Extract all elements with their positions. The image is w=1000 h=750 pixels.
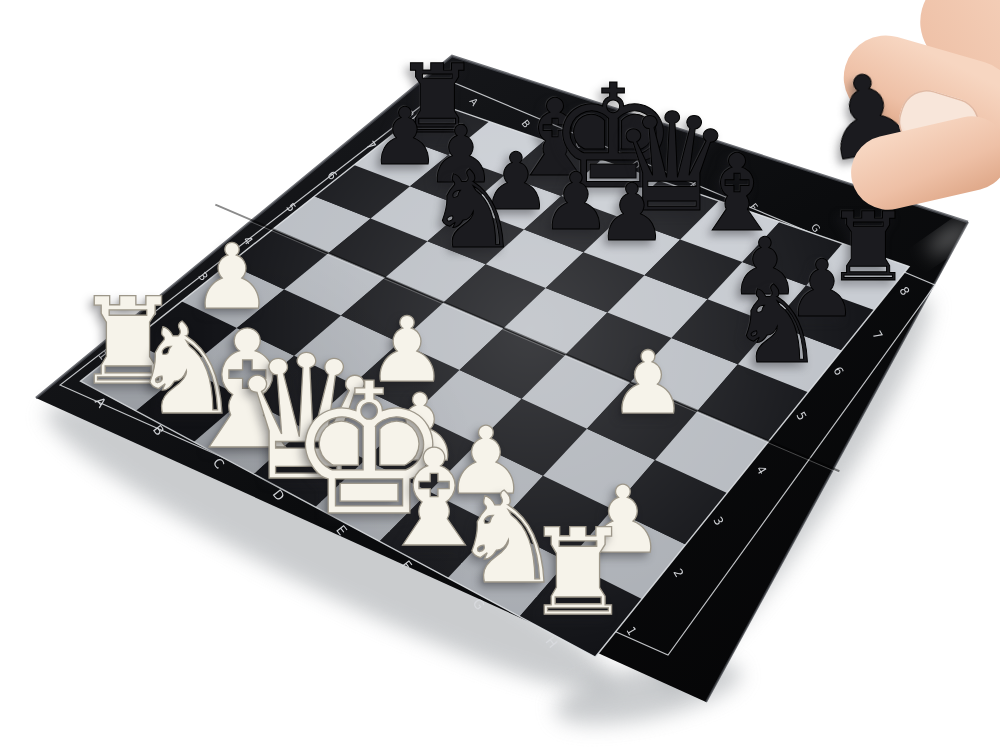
photo-stage: AABBCCDDEEFFGGHH1122334455667788 ♜♞♝♛♚♝♞… (0, 0, 1000, 750)
chessboard: AABBCCDDEEFFGGHH1122334455667788 (0, 0, 1000, 750)
